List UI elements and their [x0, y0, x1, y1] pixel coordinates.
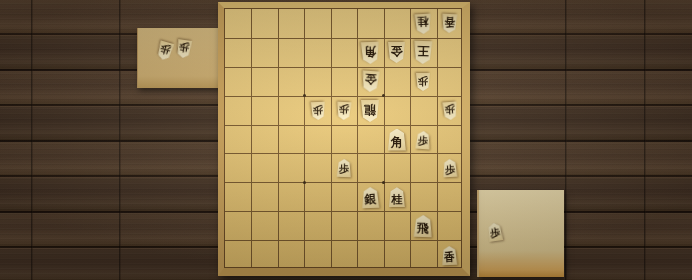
piece-sente-rook-2h[interactable]: 飛 — [414, 215, 433, 238]
piece-kanji: 金 — [388, 42, 405, 63]
piece-kanji: 角 — [361, 41, 380, 64]
piece-kanji: 歩 — [310, 101, 325, 119]
grid-line-vertical — [304, 9, 305, 267]
table-plank-seam — [565, 0, 567, 280]
piece-kanji: 飛 — [414, 215, 433, 238]
piece-gote-gold-4c[interactable]: 金 — [361, 71, 379, 93]
grid-line-horizontal — [225, 67, 461, 68]
piece-sente-pawn-1f[interactable]: 歩 — [442, 159, 457, 178]
piece-gote-bishop-4b[interactable]: 角 — [361, 41, 380, 64]
piece-kanji: 歩 — [156, 40, 174, 61]
piece-gote-pawn-in-hand[interactable]: 歩 — [176, 39, 192, 59]
piece-gote-king-2b[interactable]: 王 — [414, 41, 433, 65]
grid-line-horizontal — [225, 125, 461, 126]
piece-kanji: 角 — [388, 129, 406, 151]
shogi-board-grid[interactable]: 香桂王金角歩金歩龍歩歩歩角歩歩桂銀飛香 — [224, 8, 462, 268]
piece-sente-silver-4g[interactable]: 銀 — [362, 187, 380, 209]
piece-kanji: 歩 — [337, 101, 352, 120]
piece-sente-bishop-3e[interactable]: 角 — [388, 129, 406, 151]
grid-line-horizontal — [225, 182, 461, 183]
grid-line-vertical — [251, 9, 252, 267]
piece-sente-lance-1i[interactable]: 香 — [442, 245, 458, 265]
piece-gote-pawn-5d[interactable]: 歩 — [337, 101, 352, 120]
piece-kanji: 歩 — [416, 130, 431, 149]
piece-kanji: 銀 — [362, 187, 380, 209]
grid-line-horizontal — [225, 96, 461, 97]
gote-captured-piece-stand: 歩歩 — [137, 28, 223, 88]
piece-gote-pawn-1d[interactable]: 歩 — [442, 101, 457, 120]
piece-kanji: 歩 — [337, 159, 352, 177]
piece-kanji: 香 — [442, 14, 458, 34]
grid-line-vertical — [384, 9, 385, 267]
piece-gote-knight-2a[interactable]: 桂 — [415, 13, 432, 34]
piece-kanji: 歩 — [176, 39, 192, 59]
grid-line-horizontal — [225, 153, 461, 154]
piece-gote-promoted-rook-4d[interactable]: 龍 — [361, 100, 379, 122]
grid-line-horizontal — [225, 38, 461, 39]
grid-line-horizontal — [225, 211, 461, 212]
table-plank-seam — [119, 0, 121, 280]
piece-sente-pawn-in-hand[interactable]: 歩 — [487, 222, 503, 242]
table-background: 歩歩 歩 香桂王金角歩金歩龍歩歩歩角歩歩桂銀飛香 — [0, 0, 692, 280]
grid-line-vertical — [357, 9, 358, 267]
shogi-board: 香桂王金角歩金歩龍歩歩歩角歩歩桂銀飛香 — [218, 2, 470, 276]
table-plank-seam — [31, 0, 33, 280]
piece-kanji: 歩 — [442, 101, 457, 120]
piece-kanji: 金 — [361, 71, 379, 93]
star-point — [382, 94, 385, 97]
sente-captured-piece-stand: 歩 — [477, 190, 564, 277]
piece-kanji: 桂 — [389, 187, 405, 207]
piece-kanji: 歩 — [442, 159, 457, 178]
piece-kanji: 桂 — [415, 13, 432, 34]
grid-line-vertical — [278, 9, 279, 267]
grid-line-horizontal — [225, 240, 461, 241]
piece-sente-pawn-2e[interactable]: 歩 — [416, 130, 431, 149]
grid-line-vertical — [437, 9, 438, 267]
piece-kanji: 龍 — [361, 100, 379, 122]
piece-gote-gold-3b[interactable]: 金 — [388, 42, 405, 63]
star-point — [382, 181, 385, 184]
piece-gote-pawn-6d[interactable]: 歩 — [310, 101, 325, 119]
piece-gote-lance-1a[interactable]: 香 — [442, 14, 458, 34]
piece-kanji: 歩 — [487, 222, 503, 242]
piece-kanji: 王 — [414, 41, 433, 65]
piece-gote-pawn-2c[interactable]: 歩 — [416, 73, 430, 91]
piece-kanji: 香 — [442, 245, 458, 265]
piece-sente-pawn-5f[interactable]: 歩 — [337, 159, 352, 177]
table-plank-seam — [644, 0, 646, 280]
grid-line-vertical — [331, 9, 332, 267]
piece-kanji: 歩 — [416, 73, 430, 91]
star-point — [303, 94, 306, 97]
piece-sente-knight-3g[interactable]: 桂 — [389, 187, 405, 207]
piece-gote-pawn-in-hand[interactable]: 歩 — [156, 40, 174, 61]
star-point — [303, 181, 306, 184]
grid-line-vertical — [410, 9, 411, 267]
